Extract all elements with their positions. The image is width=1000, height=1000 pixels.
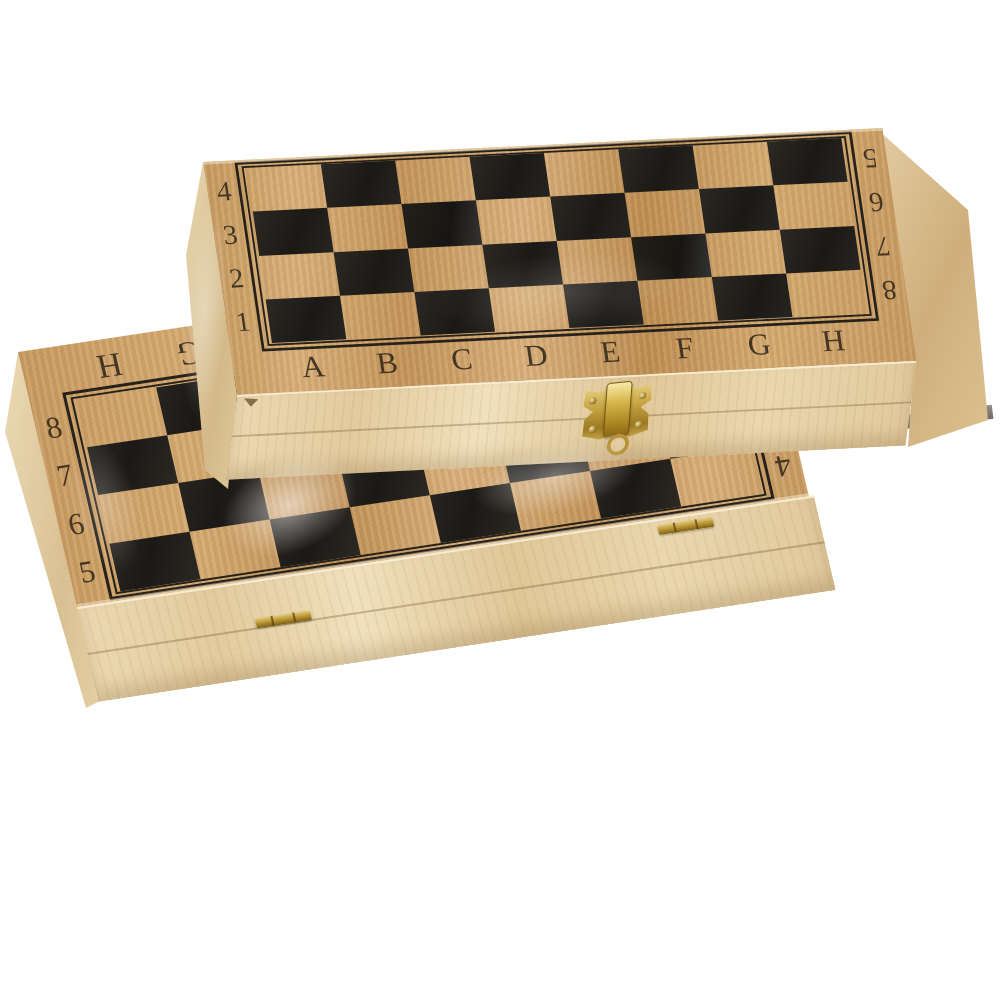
top-square-d2 bbox=[482, 241, 563, 289]
top-square-b3 bbox=[327, 204, 408, 252]
top-square-f1 bbox=[637, 277, 718, 325]
latch-hasp bbox=[603, 381, 633, 437]
top-square-h3 bbox=[773, 182, 854, 230]
top-square-e4 bbox=[544, 149, 625, 197]
file-label: C bbox=[422, 337, 502, 382]
top-square-f2 bbox=[631, 233, 712, 281]
top-square-c1 bbox=[414, 288, 495, 336]
top-square-c4 bbox=[395, 157, 476, 205]
top-square-f3 bbox=[625, 189, 706, 237]
top-square-e1 bbox=[563, 281, 644, 329]
rank-label: 2 bbox=[219, 256, 255, 301]
top-square-h2 bbox=[780, 226, 861, 274]
rank-label: 3 bbox=[212, 212, 248, 257]
top-checker-grid bbox=[246, 138, 866, 343]
rank-label: 5 bbox=[852, 136, 888, 181]
top-square-g2 bbox=[705, 229, 786, 277]
top-square-a2 bbox=[259, 252, 340, 300]
file-label: A bbox=[273, 345, 353, 390]
top-square-f4 bbox=[618, 146, 699, 194]
top-square-b2 bbox=[334, 248, 415, 296]
brass-latch bbox=[579, 379, 653, 460]
file-label: H bbox=[793, 319, 873, 364]
top-square-a3 bbox=[253, 208, 334, 256]
top-square-a1 bbox=[266, 296, 347, 344]
top-square-a4 bbox=[246, 164, 327, 212]
top-square-c3 bbox=[402, 200, 483, 248]
top-square-g4 bbox=[693, 142, 774, 190]
file-label: D bbox=[496, 333, 576, 378]
top-square-b4 bbox=[321, 160, 402, 208]
file-label: F bbox=[645, 326, 725, 371]
top-square-d1 bbox=[489, 284, 570, 332]
top-square-h1 bbox=[786, 269, 867, 317]
file-label: G bbox=[719, 322, 799, 367]
brass-hinge bbox=[255, 610, 313, 628]
top-square-h4 bbox=[767, 138, 848, 186]
rank-label: 6 bbox=[859, 180, 895, 225]
fold-seam bbox=[232, 402, 912, 438]
top-square-g1 bbox=[712, 273, 793, 321]
rank-label: 8 bbox=[871, 267, 907, 312]
top-square-e2 bbox=[557, 237, 638, 285]
top-square-g3 bbox=[699, 186, 780, 234]
rank-label: 1 bbox=[225, 300, 261, 345]
product-photo-scene: 43215678ABCDEFGH 43215678ABCDEFGH bbox=[0, 0, 1000, 1000]
top-square-c2 bbox=[408, 244, 489, 292]
wood-chip bbox=[243, 397, 259, 407]
rank-label: 4 bbox=[206, 168, 242, 213]
file-label: E bbox=[570, 330, 650, 375]
top-square-b1 bbox=[340, 292, 421, 340]
rank-label: 7 bbox=[865, 224, 901, 269]
brass-hinge bbox=[657, 517, 715, 535]
top-chess-box: 43215678ABCDEFGH bbox=[203, 128, 928, 477]
top-square-e3 bbox=[550, 193, 631, 241]
top-box-board-face: 43215678ABCDEFGH bbox=[203, 128, 916, 395]
top-square-d3 bbox=[476, 197, 557, 245]
file-label: B bbox=[347, 341, 427, 386]
top-square-d4 bbox=[469, 153, 550, 201]
